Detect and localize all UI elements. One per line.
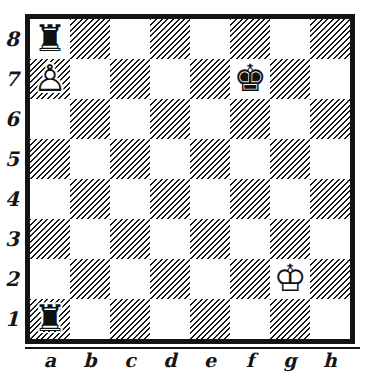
chess-diagram: 87654321 ♜♟♙♚♚♔♜ abcdefgh [0,0,371,379]
square-d2 [150,259,190,299]
rank-labels: 87654321 [0,19,24,339]
square-e4 [190,179,230,219]
rank-label-7: 7 [0,59,24,99]
square-d3 [150,219,190,259]
square-d4 [150,179,190,219]
file-label-c: c [110,349,150,377]
square-f3 [230,219,270,259]
square-h3 [310,219,350,259]
black-rook: ♜ [30,299,70,339]
square-d1 [150,299,190,339]
white-king-outline: ♔ [270,259,310,299]
square-b5 [70,139,110,179]
square-c4 [110,179,150,219]
square-b6 [70,99,110,139]
board-frame: ♜♟♙♚♚♔♜ [25,14,355,344]
white-pawn-outline: ♙ [30,59,70,99]
square-c3 [110,219,150,259]
square-a6 [30,99,70,139]
square-b7 [70,59,110,99]
square-f6 [230,99,270,139]
rank-label-5: 5 [0,139,24,179]
white-king: ♚♔ [270,259,310,299]
square-h4 [310,179,350,219]
rank-label-2: 2 [0,259,24,299]
square-g4 [270,179,310,219]
square-c7 [110,59,150,99]
square-g2: ♚♔ [270,259,310,299]
square-a7: ♟♙ [30,59,70,99]
square-a3 [30,219,70,259]
square-g5 [270,139,310,179]
square-c8 [110,19,150,59]
square-e1 [190,299,230,339]
square-f1 [230,299,270,339]
square-h5 [310,139,350,179]
square-a4 [30,179,70,219]
square-a2 [30,259,70,299]
chess-board: ♜♟♙♚♚♔♜ [30,19,350,339]
file-label-e: e [190,349,230,377]
square-e3 [190,219,230,259]
square-g8 [270,19,310,59]
square-e5 [190,139,230,179]
square-f5 [230,139,270,179]
square-h6 [310,99,350,139]
square-b4 [70,179,110,219]
file-labels: abcdefgh [30,349,350,377]
square-e2 [190,259,230,299]
square-c1 [110,299,150,339]
square-a1: ♜ [30,299,70,339]
square-h8 [310,19,350,59]
square-a8: ♜ [30,19,70,59]
square-b2 [70,259,110,299]
rank-label-1: 1 [0,299,24,339]
black-rook: ♜ [30,19,70,59]
square-f2 [230,259,270,299]
square-g1 [270,299,310,339]
square-h2 [310,259,350,299]
square-d5 [150,139,190,179]
file-label-d: d [150,349,190,377]
file-label-b: b [70,349,110,377]
rank-label-3: 3 [0,219,24,259]
square-f4 [230,179,270,219]
file-label-a: a [30,349,70,377]
square-f8 [230,19,270,59]
black-king: ♚ [230,59,270,99]
square-c2 [110,259,150,299]
rank-label-6: 6 [0,99,24,139]
square-b3 [70,219,110,259]
square-h7 [310,59,350,99]
white-pawn: ♟♙ [30,59,70,99]
file-label-h: h [310,349,350,377]
square-g3 [270,219,310,259]
square-a5 [30,139,70,179]
square-h1 [310,299,350,339]
file-label-f: f [230,349,270,377]
square-c5 [110,139,150,179]
square-f7: ♚ [230,59,270,99]
square-g6 [270,99,310,139]
square-g7 [270,59,310,99]
rank-label-8: 8 [0,19,24,59]
rank-label-4: 4 [0,179,24,219]
square-b8 [70,19,110,59]
square-e8 [190,19,230,59]
file-label-g: g [270,349,310,377]
square-e6 [190,99,230,139]
square-d7 [150,59,190,99]
square-c6 [110,99,150,139]
square-e7 [190,59,230,99]
square-d6 [150,99,190,139]
square-b1 [70,299,110,339]
square-d8 [150,19,190,59]
